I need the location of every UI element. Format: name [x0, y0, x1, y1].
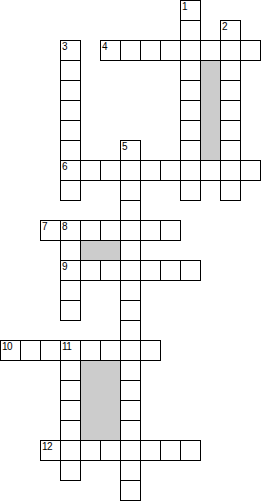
- cell-r22-c6[interactable]: [120, 440, 141, 461]
- clue-number-5: 5: [122, 142, 127, 151]
- cell-r22-c4[interactable]: [80, 440, 101, 461]
- cell-r19-c3[interactable]: [60, 380, 81, 401]
- clue-number-9: 9: [62, 262, 67, 271]
- cell-r24-c6[interactable]: [120, 480, 141, 501]
- cell-r2-c11[interactable]: [220, 40, 241, 61]
- cell-r6-c3[interactable]: [60, 120, 81, 141]
- cell-r13-c4[interactable]: [80, 260, 101, 281]
- cell-r5-c9[interactable]: [180, 100, 201, 121]
- cell-r18-c6[interactable]: [120, 360, 141, 381]
- clue-number-4: 4: [102, 42, 107, 51]
- cell-r2-c7[interactable]: [140, 40, 161, 61]
- cell-r8-c8[interactable]: [160, 160, 181, 181]
- cell-r22-c9[interactable]: [180, 440, 201, 461]
- cell-r11-c7[interactable]: [140, 220, 161, 241]
- shaded-block: [80, 240, 121, 261]
- cell-r11-c6[interactable]: [120, 220, 141, 241]
- cell-r23-c3[interactable]: [60, 460, 81, 481]
- cell-r8-c10[interactable]: [200, 160, 221, 181]
- cell-r17-c2[interactable]: [40, 340, 61, 361]
- cell-r15-c3[interactable]: [60, 300, 81, 321]
- cell-r15-c6[interactable]: [120, 300, 141, 321]
- cell-r23-c6[interactable]: [120, 460, 141, 481]
- cell-r7-c3[interactable]: [60, 140, 81, 161]
- cell-r8-c6[interactable]: [120, 160, 141, 181]
- cell-r7-c9[interactable]: [180, 140, 201, 161]
- cell-r11-c5[interactable]: [100, 220, 121, 241]
- cell-r13-c8[interactable]: [160, 260, 181, 281]
- cell-r22-c8[interactable]: [160, 440, 181, 461]
- cell-r11-c2[interactable]: 7: [40, 220, 61, 241]
- cell-r13-c9[interactable]: [180, 260, 201, 281]
- cell-r8-c9[interactable]: [180, 160, 201, 181]
- cell-r12-c3[interactable]: [60, 240, 81, 261]
- cell-r0-c9[interactable]: 1: [180, 0, 201, 21]
- cell-r13-c3[interactable]: 9: [60, 260, 81, 281]
- cell-r10-c6[interactable]: [120, 200, 141, 221]
- clue-number-1: 1: [182, 2, 187, 11]
- cell-r5-c3[interactable]: [60, 100, 81, 121]
- cell-r13-c6[interactable]: [120, 260, 141, 281]
- clue-number-2: 2: [222, 22, 227, 31]
- cell-r2-c9[interactable]: [180, 40, 201, 61]
- cell-r8-c11[interactable]: [220, 160, 241, 181]
- cell-r7-c6[interactable]: 5: [120, 140, 141, 161]
- cell-r17-c4[interactable]: [80, 340, 101, 361]
- cell-r19-c6[interactable]: [120, 380, 141, 401]
- cell-r3-c11[interactable]: [220, 60, 241, 81]
- cell-r9-c11[interactable]: [220, 180, 241, 201]
- cell-r17-c6[interactable]: [120, 340, 141, 361]
- cell-r18-c3[interactable]: [60, 360, 81, 381]
- cell-r5-c11[interactable]: [220, 100, 241, 121]
- clue-number-3: 3: [62, 42, 67, 51]
- cell-r9-c6[interactable]: [120, 180, 141, 201]
- cell-r14-c3[interactable]: [60, 280, 81, 301]
- clue-number-10: 10: [2, 342, 12, 351]
- clue-number-8: 8: [62, 222, 67, 231]
- cell-r17-c1[interactable]: [20, 340, 41, 361]
- cell-r8-c7[interactable]: [140, 160, 161, 181]
- clue-number-12: 12: [42, 442, 52, 451]
- cell-r22-c7[interactable]: [140, 440, 161, 461]
- cell-r20-c3[interactable]: [60, 400, 81, 421]
- cell-r2-c6[interactable]: [120, 40, 141, 61]
- cell-r2-c3[interactable]: 3: [60, 40, 81, 61]
- crossword-board: 123456789101112: [0, 0, 261, 501]
- cell-r8-c12[interactable]: [240, 160, 261, 181]
- clue-number-6: 6: [62, 162, 67, 171]
- cell-r20-c6[interactable]: [120, 400, 141, 421]
- cell-r13-c7[interactable]: [140, 260, 161, 281]
- cell-r2-c5[interactable]: 4: [100, 40, 121, 61]
- cell-r11-c4[interactable]: [80, 220, 101, 241]
- cell-r13-c5[interactable]: [100, 260, 121, 281]
- cell-r17-c7[interactable]: [140, 340, 161, 361]
- cell-r17-c0[interactable]: 10: [0, 340, 21, 361]
- cell-r7-c11[interactable]: [220, 140, 241, 161]
- cell-r1-c11[interactable]: 2: [220, 20, 241, 41]
- cell-r2-c10[interactable]: [200, 40, 221, 61]
- cell-r16-c6[interactable]: [120, 320, 141, 341]
- cell-r6-c11[interactable]: [220, 120, 241, 141]
- shaded-block: [200, 60, 221, 161]
- cell-r21-c3[interactable]: [60, 420, 81, 441]
- cell-r4-c9[interactable]: [180, 80, 201, 101]
- cell-r1-c9[interactable]: [180, 20, 201, 41]
- clue-number-11: 11: [62, 342, 71, 351]
- cell-r22-c3[interactable]: [60, 440, 81, 461]
- cell-r17-c3[interactable]: 11: [60, 340, 81, 361]
- cell-r9-c3[interactable]: [60, 180, 81, 201]
- cell-r3-c9[interactable]: [180, 60, 201, 81]
- cell-r3-c3[interactable]: [60, 60, 81, 81]
- cell-r2-c12[interactable]: [240, 40, 261, 61]
- cell-r22-c2[interactable]: 12: [40, 440, 61, 461]
- cell-r4-c11[interactable]: [220, 80, 241, 101]
- clue-number-7: 7: [42, 222, 47, 231]
- cell-r8-c5[interactable]: [100, 160, 121, 181]
- cell-r6-c9[interactable]: [180, 120, 201, 141]
- cell-r22-c5[interactable]: [100, 440, 121, 461]
- cell-r2-c8[interactable]: [160, 40, 181, 61]
- cell-r8-c4[interactable]: [80, 160, 101, 181]
- shaded-block: [80, 360, 121, 441]
- cell-r4-c3[interactable]: [60, 80, 81, 101]
- cell-r8-c3[interactable]: 6: [60, 160, 81, 181]
- cell-r14-c6[interactable]: [120, 280, 141, 301]
- cell-r12-c6[interactable]: [120, 240, 141, 261]
- cell-r17-c5[interactable]: [100, 340, 121, 361]
- cell-r9-c9[interactable]: [180, 180, 201, 201]
- cell-r11-c8[interactable]: [160, 220, 181, 241]
- cell-r11-c3[interactable]: 8: [60, 220, 81, 241]
- cell-r21-c6[interactable]: [120, 420, 141, 441]
